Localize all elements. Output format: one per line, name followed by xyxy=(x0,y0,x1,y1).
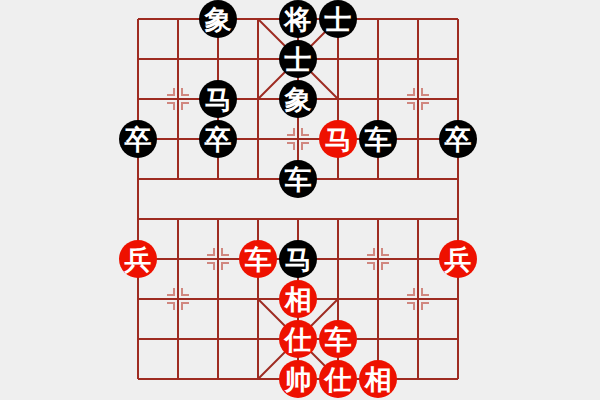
black-rook[interactable]: 车 xyxy=(279,160,317,198)
board-cell[interactable] xyxy=(238,119,278,159)
black-elephant[interactable]: 象 xyxy=(199,0,237,38)
red-general[interactable]: 帅 xyxy=(279,360,317,398)
board-cell[interactable]: 仕 xyxy=(318,359,358,399)
board-cell[interactable] xyxy=(398,39,438,79)
board-cell[interactable] xyxy=(158,319,198,359)
board-cell[interactable] xyxy=(318,279,358,319)
board-cell[interactable] xyxy=(198,279,238,319)
board-cell[interactable]: 相 xyxy=(278,279,318,319)
board-cell[interactable] xyxy=(398,279,438,319)
board-cell[interactable] xyxy=(118,279,158,319)
board-cell[interactable] xyxy=(438,279,478,319)
board-cell[interactable] xyxy=(158,0,198,39)
board-cell[interactable] xyxy=(358,159,398,199)
board-cell[interactable] xyxy=(318,79,358,119)
red-rook[interactable]: 车 xyxy=(319,320,357,358)
board-cell[interactable]: 马 xyxy=(198,79,238,119)
board-cell[interactable] xyxy=(278,199,318,239)
board-cell[interactable] xyxy=(318,199,358,239)
board-cell[interactable] xyxy=(158,359,198,399)
board-cell[interactable] xyxy=(238,39,278,79)
board-cell[interactable] xyxy=(398,79,438,119)
board-cell[interactable] xyxy=(438,79,478,119)
board-cell[interactable] xyxy=(438,0,478,39)
black-advisor[interactable]: 士 xyxy=(279,40,317,78)
board-cell[interactable] xyxy=(358,39,398,79)
board-cell[interactable] xyxy=(158,39,198,79)
black-rook[interactable]: 车 xyxy=(359,120,397,158)
board-cell[interactable] xyxy=(198,239,238,279)
red-elephant[interactable]: 相 xyxy=(279,280,317,318)
board-cell[interactable] xyxy=(398,119,438,159)
board-cell[interactable] xyxy=(438,159,478,199)
board-cell[interactable] xyxy=(358,239,398,279)
red-rook[interactable]: 车 xyxy=(239,240,277,278)
red-advisor[interactable]: 仕 xyxy=(319,360,357,398)
board-cell[interactable] xyxy=(398,359,438,399)
board-cell[interactable]: 将 xyxy=(278,0,318,39)
board-cell[interactable] xyxy=(358,319,398,359)
black-horse[interactable]: 马 xyxy=(199,80,237,118)
board-cell[interactable] xyxy=(438,199,478,239)
board-cell[interactable] xyxy=(278,119,318,159)
board-cell[interactable] xyxy=(358,199,398,239)
board-cell[interactable] xyxy=(238,159,278,199)
board-cell[interactable] xyxy=(198,319,238,359)
board-cell[interactable] xyxy=(198,359,238,399)
board-cell[interactable]: 马 xyxy=(318,119,358,159)
board-cell[interactable] xyxy=(118,79,158,119)
board-cell[interactable] xyxy=(118,0,158,39)
board-cell[interactable] xyxy=(118,39,158,79)
board-cell[interactable] xyxy=(238,279,278,319)
board-cell[interactable]: 卒 xyxy=(438,119,478,159)
board-cell[interactable] xyxy=(398,319,438,359)
board-cell[interactable]: 卒 xyxy=(118,119,158,159)
board-cell[interactable]: 兵 xyxy=(118,239,158,279)
board-cell[interactable] xyxy=(158,279,198,319)
board-cell[interactable] xyxy=(238,359,278,399)
board-cells: 象将士士马象卒卒马车卒车兵车马兵相仕车帅仕相 xyxy=(118,0,478,399)
board-cell[interactable] xyxy=(118,319,158,359)
board-cell[interactable] xyxy=(318,159,358,199)
board-cell[interactable]: 车 xyxy=(238,239,278,279)
board-cell[interactable]: 士 xyxy=(278,39,318,79)
board-cell[interactable] xyxy=(158,239,198,279)
black-pawn[interactable]: 卒 xyxy=(119,120,157,158)
board-cell[interactable] xyxy=(398,159,438,199)
board-cell[interactable] xyxy=(238,199,278,239)
board-cell[interactable]: 车 xyxy=(358,119,398,159)
board-cell[interactable] xyxy=(198,199,238,239)
board-cell[interactable]: 车 xyxy=(278,159,318,199)
board-cell[interactable] xyxy=(198,39,238,79)
board-cell[interactable]: 相 xyxy=(358,359,398,399)
board-cell[interactable]: 仕 xyxy=(278,319,318,359)
red-horse[interactable]: 马 xyxy=(319,120,357,158)
board-cell[interactable] xyxy=(358,0,398,39)
board-cell[interactable] xyxy=(118,159,158,199)
board-cell[interactable] xyxy=(398,199,438,239)
black-general[interactable]: 将 xyxy=(279,0,317,38)
board-cell[interactable] xyxy=(358,279,398,319)
board-cell[interactable] xyxy=(118,199,158,239)
board-cell[interactable]: 士 xyxy=(318,0,358,39)
red-pawn[interactable]: 兵 xyxy=(439,240,477,278)
xiangqi-app: 象将士士马象卒卒马车卒车兵车马兵相仕车帅仕相 xyxy=(0,0,600,400)
red-pawn[interactable]: 兵 xyxy=(119,240,157,278)
board-cell[interactable]: 象 xyxy=(278,79,318,119)
board-cell[interactable] xyxy=(158,119,198,159)
board-cell[interactable] xyxy=(238,0,278,39)
board-cell[interactable] xyxy=(238,319,278,359)
board-cell[interactable] xyxy=(198,159,238,199)
board-cell[interactable] xyxy=(318,239,358,279)
board-cell[interactable] xyxy=(438,359,478,399)
board-cell[interactable] xyxy=(398,0,438,39)
board-cell[interactable]: 象 xyxy=(198,0,238,39)
board-cell[interactable] xyxy=(158,79,198,119)
black-advisor[interactable]: 士 xyxy=(319,0,357,38)
board-cell[interactable] xyxy=(158,159,198,199)
black-elephant[interactable]: 象 xyxy=(279,80,317,118)
red-elephant[interactable]: 相 xyxy=(359,360,397,398)
board-cell[interactable] xyxy=(358,79,398,119)
board-cell[interactable] xyxy=(158,199,198,239)
black-pawn[interactable]: 卒 xyxy=(199,120,237,158)
board-cell[interactable] xyxy=(398,239,438,279)
board-cell[interactable]: 马 xyxy=(278,239,318,279)
board-cell[interactable] xyxy=(438,319,478,359)
board-cell[interactable] xyxy=(318,39,358,79)
board-cell[interactable] xyxy=(438,39,478,79)
board-cell[interactable]: 帅 xyxy=(278,359,318,399)
black-pawn[interactable]: 卒 xyxy=(439,120,477,158)
black-horse[interactable]: 马 xyxy=(279,240,317,278)
board-cell[interactable]: 卒 xyxy=(198,119,238,159)
board-cell[interactable]: 兵 xyxy=(438,239,478,279)
red-advisor[interactable]: 仕 xyxy=(279,320,317,358)
xiangqi-board: 象将士士马象卒卒马车卒车兵车马兵相仕车帅仕相 xyxy=(118,0,478,399)
board-cell[interactable] xyxy=(118,359,158,399)
board-cell[interactable] xyxy=(238,79,278,119)
board-cell[interactable]: 车 xyxy=(318,319,358,359)
